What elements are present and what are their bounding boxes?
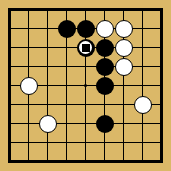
intersection-G5[interactable]: [114, 76, 133, 95]
intersection-F7[interactable]: [95, 38, 114, 57]
intersection-A8[interactable]: [0, 19, 19, 38]
intersection-J4[interactable]: [152, 95, 171, 114]
intersection-J5[interactable]: [152, 76, 171, 95]
intersection-B8[interactable]: [19, 19, 38, 38]
intersection-H8[interactable]: [133, 19, 152, 38]
square-mark-center: [82, 44, 90, 52]
intersection-G6[interactable]: [114, 57, 133, 76]
intersection-J8[interactable]: [152, 19, 171, 38]
intersection-J1[interactable]: [152, 152, 171, 171]
intersection-C3[interactable]: [38, 114, 57, 133]
intersection-C6[interactable]: [38, 57, 57, 76]
go-board[interactable]: [0, 0, 171, 171]
intersection-B9[interactable]: [19, 0, 38, 19]
intersection-H9[interactable]: [133, 0, 152, 19]
white-stone[interactable]: [115, 58, 133, 76]
intersection-J6[interactable]: [152, 57, 171, 76]
stones-layer: [0, 0, 171, 171]
intersection-D7[interactable]: [57, 38, 76, 57]
intersection-H7[interactable]: [133, 38, 152, 57]
intersection-F5[interactable]: [95, 76, 114, 95]
black-stone[interactable]: [96, 39, 114, 57]
intersection-A5[interactable]: [0, 76, 19, 95]
black-stone[interactable]: [77, 20, 95, 38]
intersection-F1[interactable]: [95, 152, 114, 171]
intersection-D4[interactable]: [57, 95, 76, 114]
intersection-B3[interactable]: [19, 114, 38, 133]
intersection-G7[interactable]: [114, 38, 133, 57]
intersection-D8[interactable]: [57, 19, 76, 38]
intersection-B7[interactable]: [19, 38, 38, 57]
intersection-H6[interactable]: [133, 57, 152, 76]
intersection-J7[interactable]: [152, 38, 171, 57]
intersection-A7[interactable]: [0, 38, 19, 57]
intersection-B5[interactable]: [19, 76, 38, 95]
square-mark: [79, 41, 92, 54]
black-stone[interactable]: [96, 115, 114, 133]
intersection-C2[interactable]: [38, 133, 57, 152]
intersection-E4[interactable]: [76, 95, 95, 114]
intersection-A3[interactable]: [0, 114, 19, 133]
intersection-G4[interactable]: [114, 95, 133, 114]
intersection-F6[interactable]: [95, 57, 114, 76]
intersection-C9[interactable]: [38, 0, 57, 19]
black-stone[interactable]: [96, 77, 114, 95]
black-stone[interactable]: [58, 20, 76, 38]
intersection-H4[interactable]: [133, 95, 152, 114]
white-stone[interactable]: [39, 115, 57, 133]
intersection-A6[interactable]: [0, 57, 19, 76]
intersection-G3[interactable]: [114, 114, 133, 133]
intersection-A1[interactable]: [0, 152, 19, 171]
intersection-G8[interactable]: [114, 19, 133, 38]
white-stone[interactable]: [115, 20, 133, 38]
intersection-J9[interactable]: [152, 0, 171, 19]
intersection-B6[interactable]: [19, 57, 38, 76]
intersection-H3[interactable]: [133, 114, 152, 133]
intersection-E8[interactable]: [76, 19, 95, 38]
intersection-B2[interactable]: [19, 133, 38, 152]
intersection-D5[interactable]: [57, 76, 76, 95]
intersection-G2[interactable]: [114, 133, 133, 152]
intersection-E9[interactable]: [76, 0, 95, 19]
marked-black-stone[interactable]: [77, 39, 95, 57]
intersection-D1[interactable]: [57, 152, 76, 171]
intersection-C5[interactable]: [38, 76, 57, 95]
white-stone[interactable]: [115, 39, 133, 57]
intersection-A9[interactable]: [0, 0, 19, 19]
intersection-J3[interactable]: [152, 114, 171, 133]
star-point: [84, 84, 87, 87]
intersection-B1[interactable]: [19, 152, 38, 171]
intersection-F4[interactable]: [95, 95, 114, 114]
intersection-H1[interactable]: [133, 152, 152, 171]
intersection-C1[interactable]: [38, 152, 57, 171]
white-stone[interactable]: [20, 77, 38, 95]
intersection-H2[interactable]: [133, 133, 152, 152]
intersection-D2[interactable]: [57, 133, 76, 152]
intersection-C8[interactable]: [38, 19, 57, 38]
intersection-H5[interactable]: [133, 76, 152, 95]
intersection-F8[interactable]: [95, 19, 114, 38]
intersection-E5[interactable]: [76, 76, 95, 95]
white-stone[interactable]: [134, 96, 152, 114]
intersection-C7[interactable]: [38, 38, 57, 57]
intersection-F3[interactable]: [95, 114, 114, 133]
intersection-F9[interactable]: [95, 0, 114, 19]
intersection-J2[interactable]: [152, 133, 171, 152]
intersection-D9[interactable]: [57, 0, 76, 19]
intersection-C4[interactable]: [38, 95, 57, 114]
intersection-E7[interactable]: [76, 38, 95, 57]
intersection-E1[interactable]: [76, 152, 95, 171]
intersection-G9[interactable]: [114, 0, 133, 19]
intersection-D3[interactable]: [57, 114, 76, 133]
intersection-E2[interactable]: [76, 133, 95, 152]
intersection-E6[interactable]: [76, 57, 95, 76]
intersection-A4[interactable]: [0, 95, 19, 114]
intersection-A2[interactable]: [0, 133, 19, 152]
intersection-G1[interactable]: [114, 152, 133, 171]
intersection-F2[interactable]: [95, 133, 114, 152]
intersection-B4[interactable]: [19, 95, 38, 114]
black-stone[interactable]: [96, 58, 114, 76]
intersection-E3[interactable]: [76, 114, 95, 133]
intersection-D6[interactable]: [57, 57, 76, 76]
white-stone[interactable]: [96, 20, 114, 38]
